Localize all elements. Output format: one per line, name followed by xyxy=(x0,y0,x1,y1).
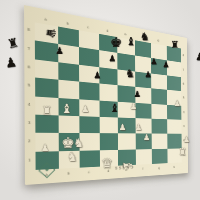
chessboard-photo: CHESS 8877665544332211aabbccddeeffgghh ♛… xyxy=(0,0,200,200)
captured-black-rook-0[interactable]: ♜ xyxy=(6,36,20,51)
piece-white-rook-h1[interactable]: ♜ xyxy=(178,146,187,155)
piece-white-bishop-e1[interactable]: ♝ xyxy=(121,160,133,171)
piece-white-pawn-f4[interactable]: ♟ xyxy=(130,101,137,109)
piece-white-pawn-h4[interactable]: ♟ xyxy=(174,100,181,108)
piece-black-pawn-b7[interactable]: ♟ xyxy=(55,45,63,54)
piece-white-pawn-a2[interactable]: ♟ xyxy=(41,143,50,153)
piece-black-pawn-e7[interactable]: ♟ xyxy=(108,55,116,64)
piece-black-knight-f6[interactable]: ♞ xyxy=(125,69,135,80)
piece-white-pawn-f3[interactable]: ♟ xyxy=(135,123,142,131)
captured-black-pawn-2[interactable]: ♟ xyxy=(196,52,200,62)
piece-white-knight-b1[interactable]: ♞ xyxy=(67,151,78,163)
piece-black-pawn-d6[interactable]: ♟ xyxy=(93,71,101,80)
piece-black-pawn-g7[interactable]: ♟ xyxy=(150,58,157,66)
piece-white-pawn-e3[interactable]: ♟ xyxy=(119,123,127,132)
piece-black-king-e8[interactable]: ♚ xyxy=(110,35,122,49)
piece-white-knight-c2[interactable]: ♞ xyxy=(73,137,84,149)
piece-black-knight-g8[interactable]: ♞ xyxy=(140,31,149,42)
piece-white-pawn-c4[interactable]: ♟ xyxy=(81,105,89,114)
piece-black-bishop-f8[interactable]: ♝ xyxy=(126,36,136,47)
pieces-layer: ♛♚♝♞♜♟♟♟♟♟♞♟♟♝♜♝♟♟♟♟♟♟♚♞♟♟♞♛♝♜♜♟♟ xyxy=(0,0,200,200)
captured-black-pawn-1[interactable]: ♟ xyxy=(4,55,17,69)
piece-black-pawn-h7[interactable]: ♟ xyxy=(162,61,169,69)
piece-black-queen-a8[interactable]: ♛ xyxy=(45,27,59,40)
piece-white-rook-a4[interactable]: ♜ xyxy=(42,106,53,118)
piece-black-pawn-f5[interactable]: ♟ xyxy=(134,90,141,98)
piece-black-pawn-g6[interactable]: ♟ xyxy=(144,71,151,79)
piece-white-bishop-b4[interactable]: ♝ xyxy=(61,103,72,116)
piece-black-bishop-e4[interactable]: ♝ xyxy=(109,102,119,113)
piece-white-pawn-h2[interactable]: ♟ xyxy=(183,136,190,144)
piece-white-queen-d1[interactable]: ♛ xyxy=(101,157,113,170)
piece-white-pawn-g2[interactable]: ♟ xyxy=(143,134,150,142)
piece-black-rook-h8[interactable]: ♜ xyxy=(171,40,180,49)
